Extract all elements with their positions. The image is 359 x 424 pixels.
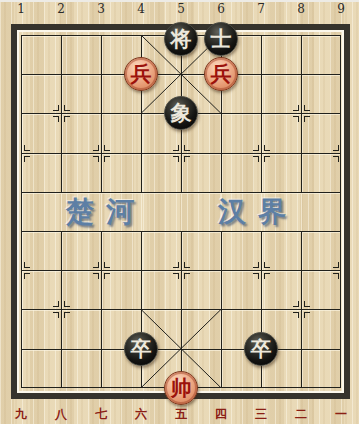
river-left-label: 楚河 [51, 193, 161, 230]
file-label-bottom: 七 [91, 406, 111, 421]
star-point-marker [333, 145, 350, 162]
file-label-top: 7 [251, 2, 271, 16]
star-point-marker [13, 262, 30, 279]
star-point-marker [93, 262, 110, 279]
star-point-marker [173, 145, 190, 162]
star-point-marker [293, 301, 310, 318]
file-label-top: 1 [11, 2, 31, 16]
piece-black-soldier[interactable]: 卒 [124, 332, 158, 366]
piece-black-soldier[interactable]: 卒 [244, 332, 278, 366]
piece-black-general[interactable]: 将 [164, 22, 198, 56]
file-label-bottom: 九 [11, 406, 31, 421]
piece-red-general[interactable]: 帅 [164, 371, 198, 405]
file-label-bottom: 一 [331, 406, 351, 421]
star-point-marker [253, 145, 270, 162]
star-point-marker [13, 145, 30, 162]
star-point-marker [333, 262, 350, 279]
file-label-top: 6 [211, 2, 231, 16]
piece-red-soldier[interactable]: 兵 [124, 57, 158, 91]
file-label-bottom: 二 [291, 406, 311, 421]
star-point-marker [53, 105, 70, 122]
file-label-bottom: 六 [131, 406, 151, 421]
file-label-bottom: 五 [171, 406, 191, 421]
file-label-top: 4 [131, 2, 151, 16]
file-label-top: 5 [171, 2, 191, 16]
file-label-bottom: 八 [51, 406, 71, 421]
piece-black-advisor[interactable]: 士 [204, 22, 238, 56]
file-label-bottom: 三 [251, 406, 271, 421]
file-label-top: 8 [291, 2, 311, 16]
piece-red-soldier[interactable]: 兵 [204, 57, 238, 91]
file-label-top: 9 [331, 2, 351, 16]
river-right-label: 汉界 [203, 193, 313, 230]
xiangqi-board-screen: 123456789 楚河 汉界 将士兵兵象卒卒帅 九八七六五四三二一 [0, 0, 359, 424]
star-point-marker [253, 262, 270, 279]
star-point-marker [173, 262, 190, 279]
star-point-marker [93, 145, 110, 162]
file-label-top: 3 [91, 2, 111, 16]
star-point-marker [53, 301, 70, 318]
star-point-marker [293, 105, 310, 122]
file-label-bottom: 四 [211, 406, 231, 421]
file-label-top: 2 [51, 2, 71, 16]
